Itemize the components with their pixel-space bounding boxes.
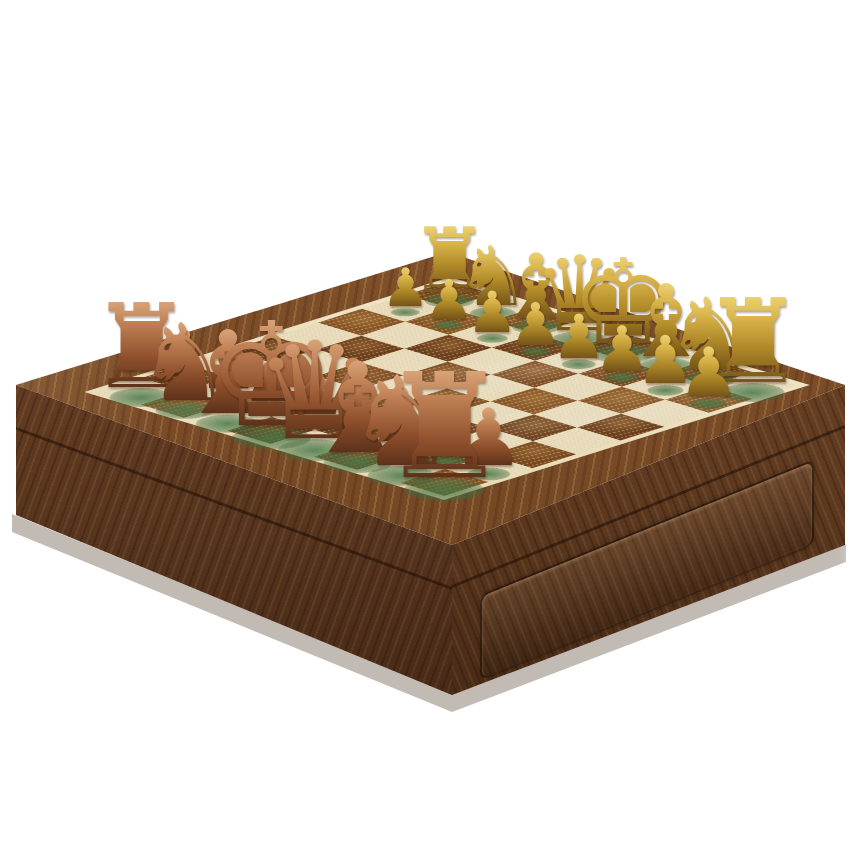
pawn-glyph: ♟	[382, 262, 430, 315]
product-photo-scene: ♜♞♝♛♚♝♞♜♟♟♟♟♟♟♟♟♟♟♟♟♟♟♟♟♜♞♝♚♛♝♞♜	[0, 0, 851, 850]
piece-copper-white-rook-h1[interactable]: ♜	[379, 355, 509, 500]
piece-brass-black-pawn-h7[interactable]: ♟	[678, 340, 739, 408]
pieces-layer: ♜♞♝♛♚♝♞♜♟♟♟♟♟♟♟♟♟♟♟♟♟♟♟♟♜♞♝♚♛♝♞♜	[0, 0, 851, 850]
piece-brass-black-pawn-a7[interactable]: ♟	[382, 262, 430, 315]
rook-glyph: ♜	[379, 355, 509, 500]
pawn-glyph: ♟	[678, 340, 739, 408]
